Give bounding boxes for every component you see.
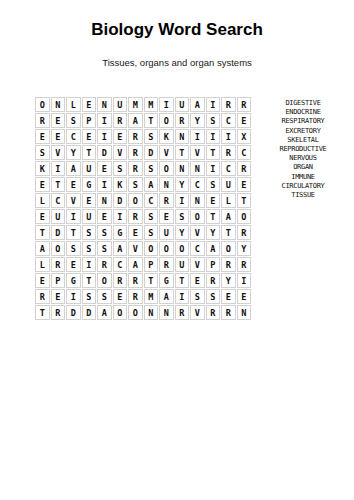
grid-cell-r1c11[interactable]: A xyxy=(190,97,205,112)
grid-cell-r3c5[interactable]: I xyxy=(97,129,112,144)
word-list-item-circulatory: CIRCULATORY xyxy=(254,182,352,191)
grid-cell-r8c7[interactable]: R xyxy=(128,209,143,224)
grid-cell-r13c7[interactable]: R xyxy=(128,289,143,304)
grid-cell-r1c13[interactable]: R xyxy=(221,97,236,112)
grid-cell-r9c4[interactable]: S xyxy=(82,225,97,240)
grid-cell-r9c10[interactable]: Y xyxy=(175,225,190,240)
grid-cell-r7c5[interactable]: N xyxy=(97,193,112,208)
grid-cell-r10c6[interactable]: A xyxy=(113,241,128,256)
grid-cell-r9c1[interactable]: T xyxy=(35,225,50,240)
grid-cell-r4c9[interactable]: V xyxy=(159,145,174,160)
grid-cell-r6c6[interactable]: K xyxy=(113,177,128,192)
grid-cell-r8c6[interactable]: I xyxy=(113,209,128,224)
grid-cell-r5c14[interactable]: R xyxy=(237,161,252,176)
grid-cell-r12c8[interactable]: T xyxy=(144,273,159,288)
grid-cell-r9c14[interactable]: R xyxy=(237,225,252,240)
grid-cell-r4c10[interactable]: T xyxy=(175,145,190,160)
grid-cell-r1c8[interactable]: M xyxy=(144,97,159,112)
grid-cell-r4c11[interactable]: V xyxy=(190,145,205,160)
grid-cell-r6c4[interactable]: G xyxy=(82,177,97,192)
grid-cell-r10c9[interactable]: O xyxy=(159,241,174,256)
grid-cell-r11c11[interactable]: V xyxy=(190,257,205,272)
grid-cell-r5c3[interactable]: A xyxy=(66,161,81,176)
grid-cell-r3c7[interactable]: R xyxy=(128,129,143,144)
grid-cell-r10c3[interactable]: S xyxy=(66,241,81,256)
word-list-item-digestive: DIGESTIVE xyxy=(254,99,352,108)
grid-cell-r11c5[interactable]: R xyxy=(97,257,112,272)
grid-cell-r13c11[interactable]: S xyxy=(190,289,205,304)
grid-cell-r14c3[interactable]: D xyxy=(66,305,81,320)
grid-cell-r11c9[interactable]: R xyxy=(159,257,174,272)
grid-cell-r3c1[interactable]: E xyxy=(35,129,50,144)
grid-cell-r14c14[interactable]: N xyxy=(237,305,252,320)
grid-cell-r10c2[interactable]: O xyxy=(51,241,66,256)
grid-cell-r2c4[interactable]: P xyxy=(82,113,97,128)
grid-cell-r1c6[interactable]: U xyxy=(113,97,128,112)
grid-cell-r5c9[interactable]: O xyxy=(159,161,174,176)
grid-cell-r1c2[interactable]: N xyxy=(51,97,66,112)
grid-cell-r8c10[interactable]: S xyxy=(175,209,190,224)
grid-cell-r5c11[interactable]: N xyxy=(190,161,205,176)
grid-cell-r3c3[interactable]: C xyxy=(66,129,81,144)
grid-cell-r13c14[interactable]: E xyxy=(237,289,252,304)
grid-cell-r8c14[interactable]: O xyxy=(237,209,252,224)
grid-cell-r5c5[interactable]: E xyxy=(97,161,112,176)
grid-cell-r13c10[interactable]: I xyxy=(175,289,190,304)
grid-cell-r4c2[interactable]: V xyxy=(51,145,66,160)
grid-cell-r13c1[interactable]: R xyxy=(35,289,50,304)
word-list-item-organ: ORGAN xyxy=(254,163,352,172)
grid-cell-r1c12[interactable]: I xyxy=(206,97,221,112)
grid-cell-r11c8[interactable]: P xyxy=(144,257,159,272)
page-title: Biology Word Search xyxy=(0,20,354,40)
grid-cell-r12c12[interactable]: R xyxy=(206,273,221,288)
grid-cell-r14c8[interactable]: N xyxy=(144,305,159,320)
grid-cell-r10c10[interactable]: O xyxy=(175,241,190,256)
grid-cell-r7c11[interactable]: N xyxy=(190,193,205,208)
grid-cell-r8c11[interactable]: O xyxy=(190,209,205,224)
grid-cell-r8c12[interactable]: T xyxy=(206,209,221,224)
grid-cell-r11c10[interactable]: U xyxy=(175,257,190,272)
grid-cell-r14c7[interactable]: O xyxy=(128,305,143,320)
grid-cell-r8c5[interactable]: E xyxy=(97,209,112,224)
grid-cell-r8c3[interactable]: I xyxy=(66,209,81,224)
page-subtitle: Tissues, organs and organ systems xyxy=(0,57,354,68)
grid-cell-r4c13[interactable]: R xyxy=(221,145,236,160)
grid-cell-r3c4[interactable]: E xyxy=(82,129,97,144)
grid-cell-r7c4[interactable]: E xyxy=(82,193,97,208)
word-search-grid[interactable]: ONLENUMMIUAIRRRESPIRATORYSCEEECEIERSKNII… xyxy=(35,97,251,320)
grid-cell-r13c5[interactable]: S xyxy=(97,289,112,304)
grid-cell-r6c5[interactable]: I xyxy=(97,177,112,192)
grid-cell-r4c4[interactable]: T xyxy=(82,145,97,160)
grid-cell-r9c5[interactable]: S xyxy=(97,225,112,240)
word-list-item-skeletal: SKELETAL xyxy=(254,136,352,145)
grid-cell-r9c2[interactable]: D xyxy=(51,225,66,240)
grid-cell-r6c8[interactable]: A xyxy=(144,177,159,192)
grid-cell-r10c8[interactable]: O xyxy=(144,241,159,256)
grid-cell-r10c4[interactable]: S xyxy=(82,241,97,256)
grid-cell-r8c13[interactable]: A xyxy=(221,209,236,224)
grid-cell-r5c10[interactable]: N xyxy=(175,161,190,176)
grid-cell-r13c4[interactable]: S xyxy=(82,289,97,304)
grid-cell-r5c4[interactable]: U xyxy=(82,161,97,176)
grid-cell-r11c6[interactable]: C xyxy=(113,257,128,272)
grid-cell-r2c10[interactable]: R xyxy=(175,113,190,128)
grid-cell-r5c8[interactable]: S xyxy=(144,161,159,176)
grid-cell-r14c6[interactable]: O xyxy=(113,305,128,320)
worksheet-page: Biology Word Search Tissues, organs and … xyxy=(0,0,354,500)
grid-cell-r6c3[interactable]: E xyxy=(66,177,81,192)
grid-cell-r1c4[interactable]: E xyxy=(82,97,97,112)
grid-cell-r13c2[interactable]: E xyxy=(51,289,66,304)
grid-cell-r11c14[interactable]: R xyxy=(237,257,252,272)
grid-cell-r9c13[interactable]: T xyxy=(221,225,236,240)
word-list-item-nervous: NERVOUS xyxy=(254,154,352,163)
grid-cell-r10c7[interactable]: V xyxy=(128,241,143,256)
grid-cell-r4c12[interactable]: T xyxy=(206,145,221,160)
grid-cell-r9c8[interactable]: S xyxy=(144,225,159,240)
grid-cell-r2c13[interactable]: C xyxy=(221,113,236,128)
grid-cell-r9c7[interactable]: E xyxy=(128,225,143,240)
grid-cell-r10c11[interactable]: C xyxy=(190,241,205,256)
grid-cell-r3c13[interactable]: I xyxy=(221,129,236,144)
grid-cell-r10c13[interactable]: O xyxy=(221,241,236,256)
grid-cell-r11c1[interactable]: L xyxy=(35,257,50,272)
grid-cell-r13c12[interactable]: S xyxy=(206,289,221,304)
grid-cell-r3c14[interactable]: X xyxy=(237,129,252,144)
grid-cell-r6c2[interactable]: T xyxy=(51,177,66,192)
grid-cell-r5c2[interactable]: I xyxy=(51,161,66,176)
grid-cell-r12c9[interactable]: G xyxy=(159,273,174,288)
grid-cell-r1c14[interactable]: R xyxy=(237,97,252,112)
grid-cell-r7c8[interactable]: C xyxy=(144,193,159,208)
grid-cell-r5c13[interactable]: C xyxy=(221,161,236,176)
grid-cell-r14c10[interactable]: R xyxy=(175,305,190,320)
grid-cell-r3c2[interactable]: E xyxy=(51,129,66,144)
grid-cell-r2c5[interactable]: I xyxy=(97,113,112,128)
grid-cell-r6c14[interactable]: E xyxy=(237,177,252,192)
grid-cell-r12c13[interactable]: Y xyxy=(221,273,236,288)
grid-cell-r12c14[interactable]: I xyxy=(237,273,252,288)
grid-cell-r4c5[interactable]: D xyxy=(97,145,112,160)
grid-cell-r7c6[interactable]: D xyxy=(113,193,128,208)
grid-cell-r8c9[interactable]: E xyxy=(159,209,174,224)
grid-cell-r10c14[interactable]: Y xyxy=(237,241,252,256)
grid-cell-r12c3[interactable]: G xyxy=(66,273,81,288)
grid-cell-r12c1[interactable]: E xyxy=(35,273,50,288)
grid-cell-r8c4[interactable]: U xyxy=(82,209,97,224)
grid-cell-r11c4[interactable]: I xyxy=(82,257,97,272)
grid-cell-r3c9[interactable]: K xyxy=(159,129,174,144)
grid-cell-r11c13[interactable]: R xyxy=(221,257,236,272)
grid-cell-r7c2[interactable]: C xyxy=(51,193,66,208)
grid-cell-r2c11[interactable]: Y xyxy=(190,113,205,128)
grid-cell-r12c4[interactable]: T xyxy=(82,273,97,288)
grid-cell-r14c2[interactable]: R xyxy=(51,305,66,320)
grid-cell-r7c1[interactable]: L xyxy=(35,193,50,208)
grid-cell-r6c7[interactable]: S xyxy=(128,177,143,192)
grid-cell-r11c12[interactable]: P xyxy=(206,257,221,272)
grid-cell-r3c6[interactable]: E xyxy=(113,129,128,144)
grid-cell-r9c11[interactable]: V xyxy=(190,225,205,240)
grid-cell-r7c10[interactable]: I xyxy=(175,193,190,208)
grid-cell-r2c8[interactable]: T xyxy=(144,113,159,128)
grid-cell-r9c3[interactable]: T xyxy=(66,225,81,240)
word-list: DIGESTIVEENDOCRINERESPIRATORYEXCRETORYSK… xyxy=(254,99,352,200)
grid-cell-r5c12[interactable]: I xyxy=(206,161,221,176)
grid-cell-r6c13[interactable]: U xyxy=(221,177,236,192)
grid-cell-r8c8[interactable]: S xyxy=(144,209,159,224)
grid-cell-r1c5[interactable]: N xyxy=(97,97,112,112)
grid-cell-r6c12[interactable]: S xyxy=(206,177,221,192)
grid-cell-r7c7[interactable]: O xyxy=(128,193,143,208)
grid-cell-r4c3[interactable]: Y xyxy=(66,145,81,160)
grid-cell-r14c1[interactable]: T xyxy=(35,305,50,320)
grid-cell-r12c6[interactable]: R xyxy=(113,273,128,288)
grid-cell-r12c5[interactable]: O xyxy=(97,273,112,288)
grid-cell-r3c12[interactable]: I xyxy=(206,129,221,144)
grid-cell-r11c2[interactable]: R xyxy=(51,257,66,272)
word-list-item-tissue: TISSUE xyxy=(254,191,352,200)
grid-cell-r6c10[interactable]: Y xyxy=(175,177,190,192)
grid-cell-r14c9[interactable]: N xyxy=(159,305,174,320)
grid-cell-r2c3[interactable]: S xyxy=(66,113,81,128)
grid-cell-r5c1[interactable]: K xyxy=(35,161,50,176)
grid-cell-r2c2[interactable]: E xyxy=(51,113,66,128)
grid-cell-r7c12[interactable]: E xyxy=(206,193,221,208)
grid-cell-r2c9[interactable]: O xyxy=(159,113,174,128)
grid-cell-r2c1[interactable]: R xyxy=(35,113,50,128)
grid-cell-r2c14[interactable]: E xyxy=(237,113,252,128)
grid-cell-r8c2[interactable]: U xyxy=(51,209,66,224)
grid-cell-r7c13[interactable]: L xyxy=(221,193,236,208)
grid-cell-r1c1[interactable]: O xyxy=(35,97,50,112)
grid-cell-r9c9[interactable]: U xyxy=(159,225,174,240)
word-list-item-immune: IMMUNE xyxy=(254,173,352,182)
grid-cell-r6c1[interactable]: E xyxy=(35,177,50,192)
grid-cell-r3c8[interactable]: S xyxy=(144,129,159,144)
grid-cell-r4c8[interactable]: D xyxy=(144,145,159,160)
grid-cell-r12c7[interactable]: R xyxy=(128,273,143,288)
grid-cell-r3c10[interactable]: N xyxy=(175,129,190,144)
grid-cell-r5c7[interactable]: R xyxy=(128,161,143,176)
grid-cell-r1c3[interactable]: L xyxy=(66,97,81,112)
grid-cell-r13c8[interactable]: M xyxy=(144,289,159,304)
grid-cell-r4c1[interactable]: S xyxy=(35,145,50,160)
grid-cell-r12c11[interactable]: E xyxy=(190,273,205,288)
grid-cell-r4c6[interactable]: V xyxy=(113,145,128,160)
grid-cell-r10c1[interactable]: A xyxy=(35,241,50,256)
grid-cell-r4c7[interactable]: R xyxy=(128,145,143,160)
grid-cell-r7c9[interactable]: R xyxy=(159,193,174,208)
grid-cell-r7c14[interactable]: T xyxy=(237,193,252,208)
grid-cell-r4c14[interactable]: C xyxy=(237,145,252,160)
grid-cell-r13c6[interactable]: E xyxy=(113,289,128,304)
grid-cell-r2c7[interactable]: A xyxy=(128,113,143,128)
grid-cell-r2c12[interactable]: S xyxy=(206,113,221,128)
grid-cell-r10c12[interactable]: A xyxy=(206,241,221,256)
grid-cell-r9c12[interactable]: Y xyxy=(206,225,221,240)
grid-cell-r13c13[interactable]: E xyxy=(221,289,236,304)
grid-cell-r1c7[interactable]: M xyxy=(128,97,143,112)
grid-cell-r14c12[interactable]: R xyxy=(206,305,221,320)
grid-cell-r11c3[interactable]: E xyxy=(66,257,81,272)
grid-cell-r14c11[interactable]: V xyxy=(190,305,205,320)
grid-cell-r14c4[interactable]: D xyxy=(82,305,97,320)
grid-cell-r1c10[interactable]: U xyxy=(175,97,190,112)
word-list-item-respiratory: RESPIRATORY xyxy=(254,117,352,126)
grid-cell-r13c9[interactable]: A xyxy=(159,289,174,304)
grid-cell-r2c6[interactable]: R xyxy=(113,113,128,128)
grid-cell-r6c11[interactable]: C xyxy=(190,177,205,192)
grid-cell-r9c6[interactable]: G xyxy=(113,225,128,240)
grid-cell-r13c3[interactable]: I xyxy=(66,289,81,304)
grid-cell-r1c9[interactable]: I xyxy=(159,97,174,112)
grid-cell-r14c5[interactable]: A xyxy=(97,305,112,320)
grid-cell-r6c9[interactable]: N xyxy=(159,177,174,192)
grid-cell-r8c1[interactable]: E xyxy=(35,209,50,224)
word-list-item-endocrine: ENDOCRINE xyxy=(254,108,352,117)
word-list-item-reproductive: REPRODUCTIVE xyxy=(254,145,352,154)
grid-cell-r7c3[interactable]: V xyxy=(66,193,81,208)
grid-cell-r12c2[interactable]: P xyxy=(51,273,66,288)
grid-cell-r5c6[interactable]: S xyxy=(113,161,128,176)
grid-cell-r11c7[interactable]: A xyxy=(128,257,143,272)
grid-cell-r14c13[interactable]: R xyxy=(221,305,236,320)
word-list-item-excretory: EXCRETORY xyxy=(254,127,352,136)
grid-cell-r10c5[interactable]: S xyxy=(97,241,112,256)
grid-cell-r12c10[interactable]: T xyxy=(175,273,190,288)
grid-cell-r3c11[interactable]: I xyxy=(190,129,205,144)
